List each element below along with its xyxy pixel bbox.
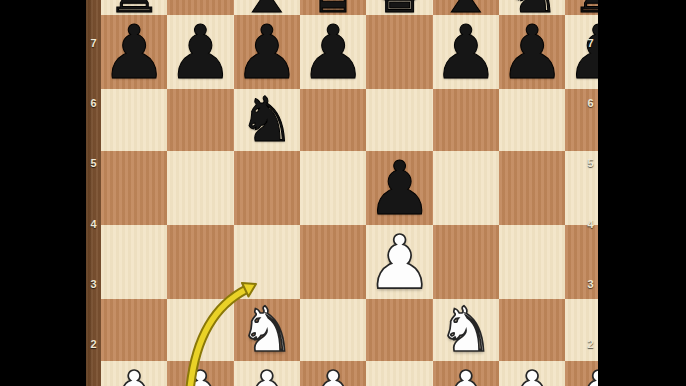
- rank-label-left-4: 4: [86, 218, 101, 230]
- rank-label-left-5: 5: [86, 157, 101, 169]
- square-a2[interactable]: ♟: [101, 361, 167, 386]
- square-c2[interactable]: ♟: [234, 361, 300, 386]
- square-c4[interactable]: [234, 225, 300, 299]
- square-d2[interactable]: ♟: [300, 361, 366, 386]
- square-f2[interactable]: ♟: [433, 361, 499, 386]
- square-b2[interactable]: ♟: [167, 361, 233, 386]
- square-b7[interactable]: ♟: [167, 15, 233, 89]
- square-d6[interactable]: [300, 89, 366, 151]
- rank-label-right-6: 6: [583, 97, 598, 109]
- square-e6[interactable]: [366, 89, 432, 151]
- square-g3[interactable]: [499, 299, 565, 361]
- rank-label-left-3: 3: [86, 278, 101, 290]
- square-c5[interactable]: [234, 151, 300, 225]
- square-c7[interactable]: ♟: [234, 15, 300, 89]
- square-d5[interactable]: [300, 151, 366, 225]
- square-g4[interactable]: [499, 225, 565, 299]
- square-e3[interactable]: [366, 299, 432, 361]
- square-d3[interactable]: [300, 299, 366, 361]
- square-e7[interactable]: [366, 15, 432, 89]
- piece-white-pawn-a2[interactable]: ♟: [101, 361, 167, 386]
- square-d7[interactable]: ♟: [300, 15, 366, 89]
- square-a6[interactable]: [101, 89, 167, 151]
- letterbox-left: [0, 0, 86, 386]
- square-g7[interactable]: ♟: [499, 15, 565, 89]
- square-f4[interactable]: [433, 225, 499, 299]
- square-a3[interactable]: [101, 299, 167, 361]
- piece-white-pawn-e4[interactable]: ♟: [366, 225, 432, 299]
- piece-black-pawn-f7[interactable]: ♟: [433, 15, 499, 89]
- square-g6[interactable]: [499, 89, 565, 151]
- rank-label-right-3: 3: [583, 278, 598, 290]
- piece-black-pawn-c7[interactable]: ♟: [234, 15, 300, 89]
- square-b5[interactable]: [167, 151, 233, 225]
- square-a4[interactable]: [101, 225, 167, 299]
- square-c3[interactable]: ♞: [234, 299, 300, 361]
- square-e8[interactable]: ♚: [366, 0, 432, 15]
- rank-label-left-6: 6: [86, 97, 101, 109]
- square-a5[interactable]: [101, 151, 167, 225]
- piece-white-pawn-c2[interactable]: ♟: [234, 361, 300, 386]
- square-e4[interactable]: ♟: [366, 225, 432, 299]
- piece-white-pawn-g2[interactable]: ♟: [499, 361, 565, 386]
- square-f5[interactable]: [433, 151, 499, 225]
- video-frame: ♜♝♛♚♝♞♜♟♟♟♟♟♟♟♞♟♟♞♞♟♟♟♟♟♟♟♜♝♛♚♝♜ 8877665…: [0, 0, 686, 386]
- square-e2[interactable]: [366, 361, 432, 386]
- square-b4[interactable]: [167, 225, 233, 299]
- piece-black-pawn-g7[interactable]: ♟: [499, 15, 565, 89]
- square-g5[interactable]: [499, 151, 565, 225]
- square-d4[interactable]: [300, 225, 366, 299]
- piece-black-pawn-b7[interactable]: ♟: [167, 15, 233, 89]
- piece-white-knight-c3[interactable]: ♞: [239, 299, 295, 361]
- piece-black-pawn-d7[interactable]: ♟: [300, 15, 366, 89]
- letterbox-right: [598, 0, 686, 386]
- rank-label-right-2: 2: [583, 338, 598, 350]
- square-c6[interactable]: ♞: [234, 89, 300, 151]
- square-a7[interactable]: ♟: [101, 15, 167, 89]
- rank-label-right-4: 4: [583, 218, 598, 230]
- square-e5[interactable]: ♟: [366, 151, 432, 225]
- piece-black-pawn-a7[interactable]: ♟: [101, 15, 167, 89]
- square-b6[interactable]: [167, 89, 233, 151]
- square-f3[interactable]: ♞: [433, 299, 499, 361]
- square-b3[interactable]: [167, 299, 233, 361]
- piece-white-pawn-f2[interactable]: ♟: [433, 361, 499, 386]
- piece-white-pawn-b2[interactable]: ♟: [167, 361, 233, 386]
- piece-white-pawn-d2[interactable]: ♟: [300, 361, 366, 386]
- piece-black-knight-c6[interactable]: ♞: [239, 89, 295, 151]
- rank-label-right-5: 5: [583, 157, 598, 169]
- piece-black-pawn-e5[interactable]: ♟: [366, 151, 432, 225]
- chess-board[interactable]: ♜♝♛♚♝♞♜♟♟♟♟♟♟♟♞♟♟♞♞♟♟♟♟♟♟♟♜♝♛♚♝♜: [101, 0, 583, 386]
- rank-label-right-7: 7: [583, 37, 598, 49]
- square-f7[interactable]: ♟: [433, 15, 499, 89]
- square-g2[interactable]: ♟: [499, 361, 565, 386]
- piece-white-knight-f3[interactable]: ♞: [438, 299, 494, 361]
- rank-label-left-7: 7: [86, 37, 101, 49]
- rank-label-left-2: 2: [86, 338, 101, 350]
- square-f6[interactable]: [433, 89, 499, 151]
